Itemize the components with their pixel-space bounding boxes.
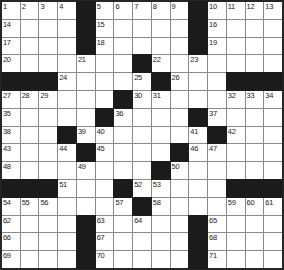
- clue-number: 69: [3, 251, 11, 260]
- cell-r10c7[interactable]: [114, 162, 132, 179]
- cell-r8c3[interactable]: [39, 127, 57, 144]
- clue-number: 62: [3, 216, 11, 225]
- clue-number: 53: [153, 180, 161, 189]
- clue-number: 23: [190, 55, 198, 64]
- cell-r3c5-block: [77, 38, 95, 55]
- cell-r7c13[interactable]: [227, 109, 245, 126]
- cell-r8c6[interactable]: 40: [96, 127, 114, 144]
- cell-r14c15[interactable]: [264, 233, 282, 250]
- cell-r2c4[interactable]: [58, 20, 76, 37]
- cell-r9c8[interactable]: [133, 144, 151, 161]
- clue-number: 55: [22, 198, 30, 207]
- clue-number: 70: [97, 251, 105, 260]
- clue-number: 39: [78, 127, 86, 136]
- cell-r10c10[interactable]: 50: [171, 162, 189, 179]
- cell-r13c5-block: [77, 216, 95, 233]
- cell-r1c12[interactable]: 10: [208, 2, 226, 19]
- cell-r13c14[interactable]: [246, 216, 264, 233]
- cell-r10c4[interactable]: [58, 162, 76, 179]
- cell-r3c9[interactable]: [152, 38, 170, 55]
- cell-r2c12[interactable]: 16: [208, 20, 226, 37]
- cell-r10c12[interactable]: [208, 162, 226, 179]
- clue-number: 43: [3, 144, 11, 153]
- clue-number: 45: [97, 144, 105, 153]
- cell-r3c1[interactable]: 17: [2, 38, 20, 55]
- cell-r6c1[interactable]: 27: [2, 91, 20, 108]
- cell-r13c9[interactable]: [152, 216, 170, 233]
- cell-r15c6[interactable]: 70: [96, 251, 114, 268]
- cell-r6c8[interactable]: 30: [133, 91, 151, 108]
- cell-r5c6[interactable]: [96, 73, 114, 90]
- cell-r8c7[interactable]: [114, 127, 132, 144]
- clue-number: 33: [247, 91, 255, 100]
- cell-r11c8[interactable]: 52: [133, 180, 151, 197]
- cell-r3c11-block: [189, 38, 207, 55]
- cell-r5c12[interactable]: [208, 73, 226, 90]
- cell-r2c3[interactable]: [39, 20, 57, 37]
- cell-r12c5[interactable]: [77, 198, 95, 215]
- cell-r5c4[interactable]: 24: [58, 73, 76, 90]
- cell-r14c13[interactable]: [227, 233, 245, 250]
- cell-r14c12[interactable]: 68: [208, 233, 226, 250]
- cell-r12c15[interactable]: 61: [264, 198, 282, 215]
- cell-r15c15[interactable]: [264, 251, 282, 268]
- cell-r4c6[interactable]: [96, 55, 114, 72]
- cell-r8c14[interactable]: [246, 127, 264, 144]
- cell-r4c14[interactable]: [246, 55, 264, 72]
- cell-r15c4[interactable]: [58, 251, 76, 268]
- cell-r7c4[interactable]: [58, 109, 76, 126]
- clue-number: 48: [3, 162, 11, 171]
- cell-r7c5[interactable]: [77, 109, 95, 126]
- cell-r4c10[interactable]: [171, 55, 189, 72]
- cell-r12c3[interactable]: 56: [39, 198, 57, 215]
- cell-r10c2[interactable]: [21, 162, 39, 179]
- cell-r3c2[interactable]: [21, 38, 39, 55]
- cell-r3c7[interactable]: [114, 38, 132, 55]
- cell-r14c14[interactable]: [246, 233, 264, 250]
- cell-r11c11[interactable]: [189, 180, 207, 197]
- cell-r14c8[interactable]: [133, 233, 151, 250]
- cell-r7c11-block: [189, 109, 207, 126]
- cell-r3c13[interactable]: [227, 38, 245, 55]
- cell-r3c15[interactable]: [264, 38, 282, 55]
- cell-r11c7-block: [114, 180, 132, 197]
- clue-number: 22: [153, 55, 161, 64]
- cell-r1c6[interactable]: 5: [96, 2, 114, 19]
- cell-r9c9[interactable]: [152, 144, 170, 161]
- cell-r11c10[interactable]: [171, 180, 189, 197]
- cell-r6c3[interactable]: 29: [39, 91, 57, 108]
- clue-number: 67: [97, 233, 105, 242]
- cell-r15c8[interactable]: [133, 251, 151, 268]
- cell-r2c8[interactable]: [133, 20, 151, 37]
- cell-r8c12-block: [208, 127, 226, 144]
- clue-number: 29: [40, 91, 48, 100]
- cell-r2c13[interactable]: [227, 20, 245, 37]
- cell-r5c2-block: [21, 73, 39, 90]
- cell-r11c3-block: [39, 180, 57, 197]
- clue-number: 59: [228, 198, 236, 207]
- cell-r8c10[interactable]: [171, 127, 189, 144]
- cell-r13c1[interactable]: 62: [2, 216, 20, 233]
- cell-r15c7[interactable]: [114, 251, 132, 268]
- cell-r11c1-block: [2, 180, 20, 197]
- cell-r1c3[interactable]: 3: [39, 2, 57, 19]
- cell-r9c14[interactable]: [246, 144, 264, 161]
- clue-number: 10: [209, 2, 217, 11]
- clue-number: 12: [247, 2, 255, 11]
- clue-number: 32: [228, 91, 236, 100]
- cell-r15c11-block: [189, 251, 207, 268]
- cell-r13c2[interactable]: [21, 216, 39, 233]
- cell-r6c10[interactable]: [171, 91, 189, 108]
- cell-r4c11[interactable]: 23: [189, 55, 207, 72]
- cell-r4c9[interactable]: 22: [152, 55, 170, 72]
- cell-r11c4[interactable]: 51: [58, 180, 76, 197]
- cell-r13c6[interactable]: 63: [96, 216, 114, 233]
- cell-r7c15[interactable]: [264, 109, 282, 126]
- cell-r9c3[interactable]: [39, 144, 57, 161]
- cell-r4c12[interactable]: [208, 55, 226, 72]
- clue-number: 64: [134, 216, 142, 225]
- cell-r11c5[interactable]: [77, 180, 95, 197]
- clue-number: 20: [3, 55, 11, 64]
- cell-r7c12[interactable]: 37: [208, 109, 226, 126]
- cell-r13c4[interactable]: [58, 216, 76, 233]
- cell-r2c10[interactable]: [171, 20, 189, 37]
- cell-r6c4[interactable]: [58, 91, 76, 108]
- cell-r9c12[interactable]: 47: [208, 144, 226, 161]
- clue-number: 56: [40, 198, 48, 207]
- clue-number: 58: [153, 198, 161, 207]
- cell-r14c9[interactable]: [152, 233, 170, 250]
- cell-r9c5-block: [77, 144, 95, 161]
- cell-r1c8[interactable]: 7: [133, 2, 151, 19]
- cell-r5c8[interactable]: 25: [133, 73, 151, 90]
- clue-number: 63: [97, 216, 105, 225]
- cell-r8c2[interactable]: [21, 127, 39, 144]
- cell-r2c5-block: [77, 20, 95, 37]
- cell-r10c5[interactable]: 49: [77, 162, 95, 179]
- cell-r15c10[interactable]: [171, 251, 189, 268]
- cell-r10c8[interactable]: [133, 162, 151, 179]
- cell-r6c7-block: [114, 91, 132, 108]
- cell-r13c11-block: [189, 216, 207, 233]
- cell-r2c9[interactable]: [152, 20, 170, 37]
- cell-r12c13[interactable]: 59: [227, 198, 245, 215]
- cell-r1c10[interactable]: 9: [171, 2, 189, 19]
- clue-number: 27: [3, 91, 11, 100]
- cell-r6c15[interactable]: 34: [264, 91, 282, 108]
- clue-number: 35: [3, 109, 11, 118]
- clue-number: 37: [209, 109, 217, 118]
- cell-r12c6[interactable]: [96, 198, 114, 215]
- clue-number: 17: [3, 38, 11, 47]
- clue-number: 66: [3, 233, 11, 242]
- cell-r14c1[interactable]: 66: [2, 233, 20, 250]
- cell-r11c12[interactable]: [208, 180, 226, 197]
- cell-r1c4[interactable]: 4: [58, 2, 76, 19]
- clue-number: 13: [265, 2, 273, 11]
- cell-r7c6-block: [96, 109, 114, 126]
- cell-r3c12[interactable]: 19: [208, 38, 226, 55]
- cell-r12c2[interactable]: 55: [21, 198, 39, 215]
- cell-r14c7[interactable]: [114, 233, 132, 250]
- cell-r8c9[interactable]: [152, 127, 170, 144]
- cell-r15c3[interactable]: [39, 251, 57, 268]
- cell-r1c11-block: [189, 2, 207, 19]
- cell-r14c10[interactable]: [171, 233, 189, 250]
- clue-number: 11: [228, 2, 235, 11]
- cell-r15c13[interactable]: [227, 251, 245, 268]
- clue-number: 3: [40, 2, 44, 11]
- cell-r4c8-block: [133, 55, 151, 72]
- cell-r7c7[interactable]: 36: [114, 109, 132, 126]
- cell-r8c11[interactable]: 41: [189, 127, 207, 144]
- cell-r4c3[interactable]: [39, 55, 57, 72]
- cell-r6c5[interactable]: [77, 91, 95, 108]
- clue-number: 15: [97, 20, 105, 29]
- cell-r3c4[interactable]: [58, 38, 76, 55]
- clue-number: 31: [153, 91, 161, 100]
- clue-number: 71: [209, 251, 217, 260]
- cell-r9c15[interactable]: [264, 144, 282, 161]
- cell-r10c6[interactable]: [96, 162, 114, 179]
- clue-number: 28: [22, 91, 30, 100]
- clue-number: 68: [209, 233, 217, 242]
- cell-r9c11[interactable]: 46: [189, 144, 207, 161]
- cell-r10c14[interactable]: [246, 162, 264, 179]
- cell-r3c14[interactable]: [246, 38, 264, 55]
- clue-number: 8: [153, 2, 157, 11]
- cell-r7c14[interactable]: [246, 109, 264, 126]
- cell-r3c6[interactable]: 18: [96, 38, 114, 55]
- cell-r13c10[interactable]: [171, 216, 189, 233]
- clue-number: 40: [97, 127, 105, 136]
- cell-r15c14[interactable]: [246, 251, 264, 268]
- cell-r4c7[interactable]: [114, 55, 132, 72]
- cell-r9c4[interactable]: 44: [58, 144, 76, 161]
- cell-r6c6[interactable]: [96, 91, 114, 108]
- cell-r14c6[interactable]: 67: [96, 233, 114, 250]
- cell-r1c14[interactable]: 12: [246, 2, 264, 19]
- clue-number: 50: [172, 162, 180, 171]
- clue-number: 60: [247, 198, 255, 207]
- cell-r10c11[interactable]: [189, 162, 207, 179]
- cell-r15c2[interactable]: [21, 251, 39, 268]
- cell-r5c7[interactable]: [114, 73, 132, 90]
- cell-r13c12[interactable]: 65: [208, 216, 226, 233]
- cell-r7c8[interactable]: [133, 109, 151, 126]
- cell-r2c11-block: [189, 20, 207, 37]
- cell-r8c15[interactable]: [264, 127, 282, 144]
- cell-r4c4[interactable]: [58, 55, 76, 72]
- cell-r13c7[interactable]: [114, 216, 132, 233]
- clue-number: 25: [134, 73, 142, 82]
- clue-number: 24: [59, 73, 67, 82]
- cell-r5c14-block: [246, 73, 264, 90]
- cell-r6c2[interactable]: 28: [21, 91, 39, 108]
- cell-r7c9[interactable]: [152, 109, 170, 126]
- clue-number: 9: [172, 2, 176, 11]
- cell-r12c11[interactable]: [189, 198, 207, 215]
- cell-r10c1[interactable]: 48: [2, 162, 20, 179]
- cell-r4c2[interactable]: [21, 55, 39, 72]
- cell-r7c1[interactable]: 35: [2, 109, 20, 126]
- cell-r2c15[interactable]: [264, 20, 282, 37]
- cell-r15c1[interactable]: 69: [2, 251, 20, 268]
- clue-number: 18: [97, 38, 105, 47]
- cell-r3c8[interactable]: [133, 38, 151, 55]
- cell-r11c13-block: [227, 180, 245, 197]
- cell-r3c10[interactable]: [171, 38, 189, 55]
- cell-r11c6[interactable]: [96, 180, 114, 197]
- cell-r1c7[interactable]: 6: [114, 2, 132, 19]
- cell-r12c7[interactable]: 57: [114, 198, 132, 215]
- cell-r6c13[interactable]: 32: [227, 91, 245, 108]
- cell-r2c14[interactable]: [246, 20, 264, 37]
- clue-number: 4: [59, 2, 63, 11]
- clue-number: 61: [265, 198, 273, 207]
- cell-r8c1[interactable]: 38: [2, 127, 20, 144]
- cell-r9c10-block: [171, 144, 189, 161]
- cell-r2c1[interactable]: 14: [2, 20, 20, 37]
- cell-r5c10[interactable]: 26: [171, 73, 189, 90]
- cell-r12c9[interactable]: 58: [152, 198, 170, 215]
- clue-number: 65: [209, 216, 217, 225]
- cell-r5c1-block: [2, 73, 20, 90]
- cell-r9c1[interactable]: 43: [2, 144, 20, 161]
- cell-r15c5-block: [77, 251, 95, 268]
- cell-r14c5-block: [77, 233, 95, 250]
- cell-r4c5[interactable]: 21: [77, 55, 95, 72]
- cell-r6c14[interactable]: 33: [246, 91, 264, 108]
- crossword-grid: 1234567891011121314151617181920212223242…: [0, 0, 284, 270]
- cell-r11c2-block: [21, 180, 39, 197]
- clue-number: 1: [3, 2, 7, 11]
- cell-r1c13[interactable]: 11: [227, 2, 245, 19]
- cell-r6c9[interactable]: 31: [152, 91, 170, 108]
- cell-r4c15[interactable]: [264, 55, 282, 72]
- clue-number: 44: [59, 144, 67, 153]
- cell-r13c15[interactable]: [264, 216, 282, 233]
- cell-r9c7[interactable]: [114, 144, 132, 161]
- cell-r7c2[interactable]: [21, 109, 39, 126]
- cell-r5c11[interactable]: [189, 73, 207, 90]
- clue-number: 42: [228, 127, 236, 136]
- clue-number: 41: [190, 127, 198, 136]
- cell-r10c13[interactable]: [227, 162, 245, 179]
- cell-r12c8-block: [133, 198, 151, 215]
- clue-number: 16: [209, 20, 217, 29]
- clue-number: 49: [78, 162, 86, 171]
- clue-number: 19: [209, 38, 217, 47]
- cell-r8c4-block: [58, 127, 76, 144]
- clue-number: 26: [172, 73, 180, 82]
- clue-number: 5: [97, 2, 101, 11]
- cell-r1c15[interactable]: 13: [264, 2, 282, 19]
- cell-r6c11[interactable]: [189, 91, 207, 108]
- cell-r12c4[interactable]: [58, 198, 76, 215]
- cell-r5c9-block: [152, 73, 170, 90]
- clue-number: 6: [115, 2, 119, 11]
- clue-number: 21: [78, 55, 86, 64]
- cell-r15c12[interactable]: 71: [208, 251, 226, 268]
- clue-number: 46: [190, 144, 198, 153]
- cell-r12c14[interactable]: 60: [246, 198, 264, 215]
- cell-r14c3[interactable]: [39, 233, 57, 250]
- cell-r15c9[interactable]: [152, 251, 170, 268]
- cell-r1c2[interactable]: 2: [21, 2, 39, 19]
- clue-number: 47: [209, 144, 217, 153]
- cell-r13c3[interactable]: [39, 216, 57, 233]
- cell-r8c8[interactable]: [133, 127, 151, 144]
- clue-number: 36: [115, 109, 123, 118]
- cell-r12c10[interactable]: [171, 198, 189, 215]
- cell-r1c9[interactable]: 8: [152, 2, 170, 19]
- cell-r5c13-block: [227, 73, 245, 90]
- cell-r13c13[interactable]: [227, 216, 245, 233]
- cell-r10c15[interactable]: [264, 162, 282, 179]
- clue-number: 2: [22, 2, 26, 11]
- cell-r4c13[interactable]: [227, 55, 245, 72]
- cell-r12c1[interactable]: 54: [2, 198, 20, 215]
- cell-r11c9[interactable]: 53: [152, 180, 170, 197]
- clue-number: 51: [59, 180, 67, 189]
- cell-r7c10[interactable]: [171, 109, 189, 126]
- cell-r8c13[interactable]: 42: [227, 127, 245, 144]
- cell-r10c9-block: [152, 162, 170, 179]
- cell-r5c3-block: [39, 73, 57, 90]
- clue-number: 30: [134, 91, 142, 100]
- cell-r6c12[interactable]: [208, 91, 226, 108]
- cell-r11c14-block: [246, 180, 264, 197]
- cell-r3c3[interactable]: [39, 38, 57, 55]
- clue-number: 38: [3, 127, 11, 136]
- cell-r9c2[interactable]: [21, 144, 39, 161]
- cell-r9c13[interactable]: [227, 144, 245, 161]
- cell-r2c2[interactable]: [21, 20, 39, 37]
- clue-number: 7: [134, 2, 138, 11]
- cell-r2c6[interactable]: 15: [96, 20, 114, 37]
- clue-number: 14: [3, 20, 11, 29]
- cell-r8c5[interactable]: 39: [77, 127, 95, 144]
- cell-r7c3[interactable]: [39, 109, 57, 126]
- cell-r5c5[interactable]: [77, 73, 95, 90]
- cell-r14c2[interactable]: [21, 233, 39, 250]
- clue-number: 52: [134, 180, 142, 189]
- cell-r14c11-block: [189, 233, 207, 250]
- clue-number: 34: [265, 91, 273, 100]
- cell-r14c4[interactable]: [58, 233, 76, 250]
- cell-r4c1[interactable]: 20: [2, 55, 20, 72]
- clue-number: 57: [115, 198, 123, 207]
- cell-r12c12[interactable]: [208, 198, 226, 215]
- cell-r1c5-block: [77, 2, 95, 19]
- cell-r9c6[interactable]: 45: [96, 144, 114, 161]
- cell-r1c1[interactable]: 1: [2, 2, 20, 19]
- cell-r10c3[interactable]: [39, 162, 57, 179]
- clue-number: 54: [3, 198, 11, 207]
- cell-r5c15-block: [264, 73, 282, 90]
- cell-r13c8[interactable]: 64: [133, 216, 151, 233]
- cell-r2c7[interactable]: [114, 20, 132, 37]
- cell-r11c15-block: [264, 180, 282, 197]
